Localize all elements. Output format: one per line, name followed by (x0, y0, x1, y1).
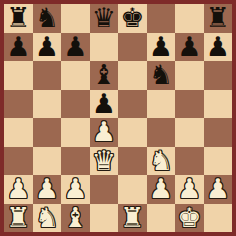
square-e7[interactable] (118, 33, 147, 62)
white-queen[interactable]: ♛︎ (92, 147, 116, 175)
square-a1[interactable]: ♜︎ (4, 204, 33, 233)
white-rook[interactable]: ♜︎ (6, 204, 30, 232)
white-pawn[interactable]: ♟︎ (92, 118, 116, 146)
square-g5[interactable] (175, 90, 204, 119)
square-d6[interactable]: ♝︎ (90, 61, 119, 90)
square-e3[interactable] (118, 147, 147, 176)
white-pawn[interactable]: ♟︎ (35, 175, 59, 203)
black-king[interactable]: ♚︎ (120, 4, 144, 32)
square-h5[interactable] (204, 90, 233, 119)
square-f1[interactable] (147, 204, 176, 233)
square-c3[interactable] (61, 147, 90, 176)
square-h7[interactable]: ♟︎ (204, 33, 233, 62)
square-b4[interactable] (33, 118, 62, 147)
square-b3[interactable] (33, 147, 62, 176)
square-e2[interactable] (118, 175, 147, 204)
white-knight[interactable]: ♞︎ (35, 204, 59, 232)
square-g8[interactable] (175, 4, 204, 33)
white-bishop[interactable]: ♝︎ (63, 204, 87, 232)
chess-board-frame: ♜︎♞︎♛︎♚︎♜︎♟︎♟︎♟︎♟︎♟︎♟︎♝︎♞︎♟︎♟︎♛︎♞︎♟︎♟︎♟︎… (0, 0, 236, 236)
black-knight[interactable]: ♞︎ (35, 4, 59, 32)
square-b8[interactable]: ♞︎ (33, 4, 62, 33)
square-d7[interactable] (90, 33, 119, 62)
black-pawn[interactable]: ♟︎ (177, 33, 201, 61)
square-h4[interactable] (204, 118, 233, 147)
square-a5[interactable] (4, 90, 33, 119)
black-pawn[interactable]: ♟︎ (63, 33, 87, 61)
black-rook[interactable]: ♜︎ (6, 4, 30, 32)
white-pawn[interactable]: ♟︎ (6, 175, 30, 203)
square-f8[interactable] (147, 4, 176, 33)
square-a4[interactable] (4, 118, 33, 147)
square-c6[interactable] (61, 61, 90, 90)
square-a2[interactable]: ♟︎ (4, 175, 33, 204)
square-e1[interactable]: ♜︎ (118, 204, 147, 233)
square-g2[interactable]: ♟︎ (175, 175, 204, 204)
square-h1[interactable] (204, 204, 233, 233)
square-f7[interactable]: ♟︎ (147, 33, 176, 62)
square-b2[interactable]: ♟︎ (33, 175, 62, 204)
chess-board[interactable]: ♜︎♞︎♛︎♚︎♜︎♟︎♟︎♟︎♟︎♟︎♟︎♝︎♞︎♟︎♟︎♛︎♞︎♟︎♟︎♟︎… (4, 4, 232, 232)
white-king[interactable]: ♚︎ (177, 204, 201, 232)
square-c7[interactable]: ♟︎ (61, 33, 90, 62)
square-c8[interactable] (61, 4, 90, 33)
square-d5[interactable]: ♟︎ (90, 90, 119, 119)
square-h8[interactable]: ♜︎ (204, 4, 233, 33)
square-h3[interactable] (204, 147, 233, 176)
square-c1[interactable]: ♝︎ (61, 204, 90, 233)
square-e4[interactable] (118, 118, 147, 147)
square-d3[interactable]: ♛︎ (90, 147, 119, 176)
square-g6[interactable] (175, 61, 204, 90)
square-d4[interactable]: ♟︎ (90, 118, 119, 147)
square-h6[interactable] (204, 61, 233, 90)
black-pawn[interactable]: ♟︎ (149, 33, 173, 61)
square-b7[interactable]: ♟︎ (33, 33, 62, 62)
square-e5[interactable] (118, 90, 147, 119)
square-c4[interactable] (61, 118, 90, 147)
white-rook[interactable]: ♜︎ (120, 204, 144, 232)
black-pawn[interactable]: ♟︎ (35, 33, 59, 61)
black-pawn[interactable]: ♟︎ (6, 33, 30, 61)
square-g3[interactable] (175, 147, 204, 176)
square-e8[interactable]: ♚︎ (118, 4, 147, 33)
square-a3[interactable] (4, 147, 33, 176)
white-knight[interactable]: ♞︎ (149, 147, 173, 175)
white-pawn[interactable]: ♟︎ (63, 175, 87, 203)
square-g7[interactable]: ♟︎ (175, 33, 204, 62)
square-b6[interactable] (33, 61, 62, 90)
white-pawn[interactable]: ♟︎ (206, 175, 230, 203)
black-pawn[interactable]: ♟︎ (206, 33, 230, 61)
square-f3[interactable]: ♞︎ (147, 147, 176, 176)
square-d8[interactable]: ♛︎ (90, 4, 119, 33)
square-f2[interactable]: ♟︎ (147, 175, 176, 204)
square-g1[interactable]: ♚︎ (175, 204, 204, 233)
square-a7[interactable]: ♟︎ (4, 33, 33, 62)
square-a6[interactable] (4, 61, 33, 90)
square-f6[interactable]: ♞︎ (147, 61, 176, 90)
square-h2[interactable]: ♟︎ (204, 175, 233, 204)
black-queen[interactable]: ♛︎ (92, 4, 116, 32)
white-pawn[interactable]: ♟︎ (149, 175, 173, 203)
square-f5[interactable] (147, 90, 176, 119)
black-bishop[interactable]: ♝︎ (92, 61, 116, 89)
square-c5[interactable] (61, 90, 90, 119)
black-rook[interactable]: ♜︎ (206, 4, 230, 32)
square-e6[interactable] (118, 61, 147, 90)
black-pawn[interactable]: ♟︎ (92, 90, 116, 118)
square-a8[interactable]: ♜︎ (4, 4, 33, 33)
square-c2[interactable]: ♟︎ (61, 175, 90, 204)
square-d2[interactable] (90, 175, 119, 204)
square-d1[interactable] (90, 204, 119, 233)
square-f4[interactable] (147, 118, 176, 147)
black-knight[interactable]: ♞︎ (149, 61, 173, 89)
square-b1[interactable]: ♞︎ (33, 204, 62, 233)
white-pawn[interactable]: ♟︎ (177, 175, 201, 203)
square-g4[interactable] (175, 118, 204, 147)
square-b5[interactable] (33, 90, 62, 119)
